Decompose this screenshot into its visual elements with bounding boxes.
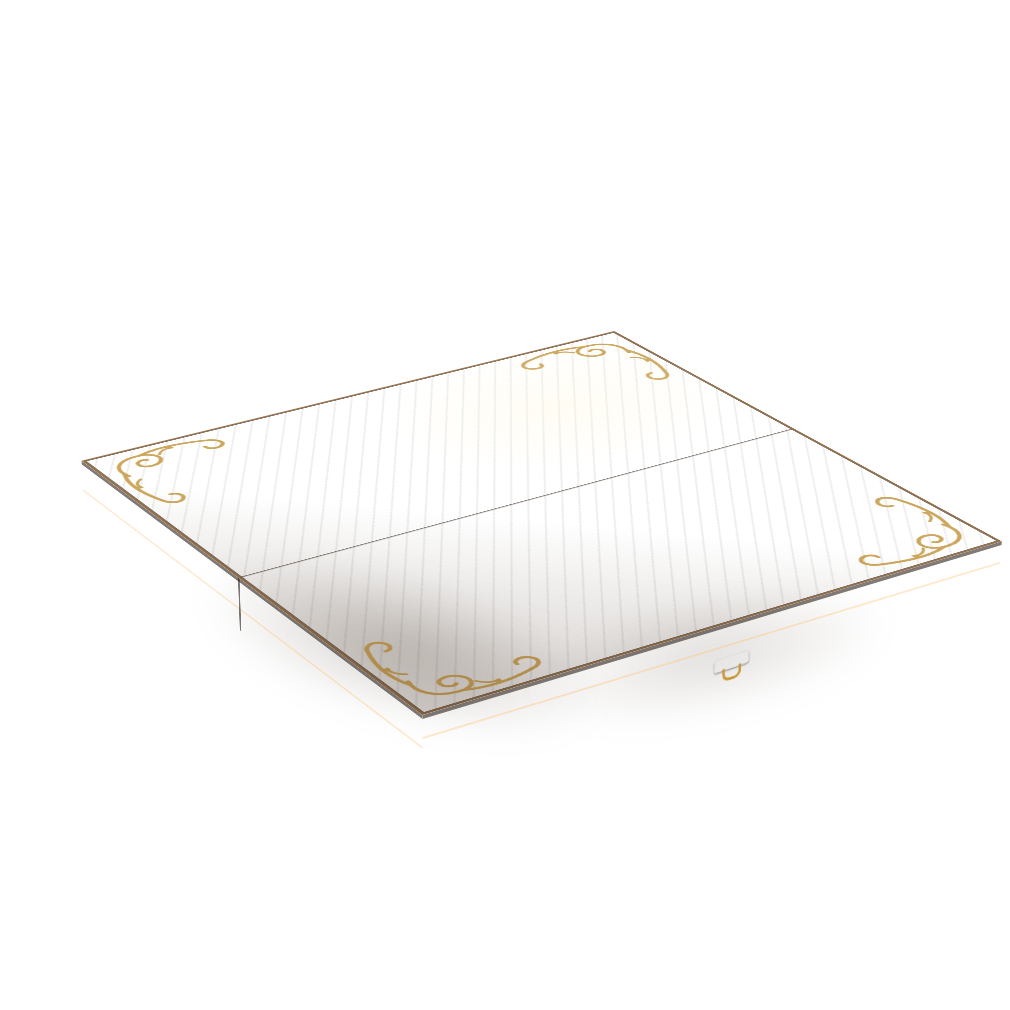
product-photo-scene bbox=[0, 0, 1010, 1010]
fold-seam-side bbox=[238, 577, 241, 631]
